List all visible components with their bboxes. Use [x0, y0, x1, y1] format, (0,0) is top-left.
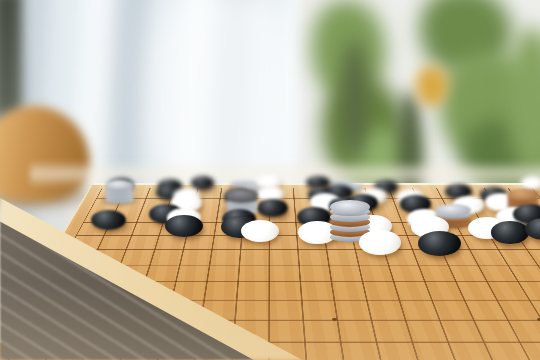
- photo-scene: Low-angle photograph of a bamboo go boar…: [0, 0, 540, 360]
- depth-of-field-haze: [30, 162, 540, 188]
